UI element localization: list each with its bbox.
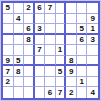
cell-r3c9[interactable]: 1 (87, 24, 98, 35)
cell-r6c1[interactable]: 9 (3, 56, 14, 67)
cell-r3c6[interactable] (56, 24, 67, 35)
cell-r1c1[interactable]: 5 (3, 3, 14, 14)
cell-r9c2[interactable] (14, 87, 25, 98)
cell-r4c7[interactable] (66, 35, 77, 46)
cell-r2c9[interactable]: 9 (87, 14, 98, 25)
cell-r4c1[interactable] (3, 35, 14, 46)
cell-r7c9[interactable] (87, 66, 98, 77)
cell-r1c8[interactable] (77, 3, 88, 14)
cell-r3c5[interactable] (45, 24, 56, 35)
cell-r1c3[interactable]: 2 (24, 3, 35, 14)
cell-r9c6[interactable]: 7 (56, 87, 67, 98)
cell-r9c7[interactable]: 2 (66, 87, 77, 98)
cell-r6c2[interactable]: 5 (14, 56, 25, 67)
cell-r4c4[interactable] (35, 35, 46, 46)
cell-r5c1[interactable] (3, 45, 14, 56)
cell-r4c5[interactable] (45, 35, 56, 46)
cell-r8c6[interactable] (56, 77, 67, 88)
cell-r2c1[interactable] (3, 14, 14, 25)
cell-r8c1[interactable]: 2 (3, 77, 14, 88)
cell-r7c4[interactable] (35, 66, 46, 77)
cell-r8c2[interactable] (14, 77, 25, 88)
cell-r4c8[interactable]: 6 (77, 35, 88, 46)
cell-r8c4[interactable] (35, 77, 46, 88)
cell-r3c4[interactable]: 3 (35, 24, 46, 35)
cell-r7c3[interactable] (24, 66, 35, 77)
cell-r4c3[interactable]: 8 (24, 35, 35, 46)
cell-r9c3[interactable] (24, 87, 35, 98)
cell-r9c9[interactable]: 4 (87, 87, 98, 98)
cell-r8c8[interactable]: 1 (77, 77, 88, 88)
sudoku-board: 5267496351863719587859216724 (1, 1, 100, 100)
cell-r2c5[interactable] (45, 14, 56, 25)
cell-r5c5[interactable] (45, 45, 56, 56)
cell-r8c7[interactable] (66, 77, 77, 88)
cell-r3c8[interactable]: 5 (77, 24, 88, 35)
cell-r2c7[interactable] (66, 14, 77, 25)
cell-r1c2[interactable] (14, 3, 25, 14)
cell-r4c2[interactable] (14, 35, 25, 46)
cell-r6c6[interactable] (56, 56, 67, 67)
cell-r8c3[interactable] (24, 77, 35, 88)
cell-r8c9[interactable] (87, 77, 98, 88)
cell-r2c6[interactable] (56, 14, 67, 25)
cell-r5c6[interactable]: 1 (56, 45, 67, 56)
cell-r9c4[interactable] (35, 87, 46, 98)
cell-r4c9[interactable]: 3 (87, 35, 98, 46)
cell-r6c4[interactable] (35, 56, 46, 67)
cell-r2c4[interactable] (35, 14, 46, 25)
cell-r7c7[interactable]: 9 (66, 66, 77, 77)
cell-r6c9[interactable] (87, 56, 98, 67)
cell-r4c6[interactable] (56, 35, 67, 46)
cell-r7c6[interactable]: 5 (56, 66, 67, 77)
cell-r5c9[interactable] (87, 45, 98, 56)
cell-r6c7[interactable]: 8 (66, 56, 77, 67)
cell-r6c8[interactable] (77, 56, 88, 67)
cell-r5c7[interactable] (66, 45, 77, 56)
cell-r7c5[interactable] (45, 66, 56, 77)
cell-r3c2[interactable] (14, 24, 25, 35)
cell-r9c8[interactable] (77, 87, 88, 98)
cell-r7c1[interactable]: 7 (3, 66, 14, 77)
cell-r3c3[interactable]: 6 (24, 24, 35, 35)
cell-r6c5[interactable] (45, 56, 56, 67)
cell-r5c3[interactable] (24, 45, 35, 56)
cell-r3c7[interactable] (66, 24, 77, 35)
cell-r6c3[interactable] (24, 56, 35, 67)
cell-r5c4[interactable]: 7 (35, 45, 46, 56)
cell-r7c8[interactable] (77, 66, 88, 77)
cell-r9c5[interactable]: 6 (45, 87, 56, 98)
cell-r8c5[interactable] (45, 77, 56, 88)
cell-r1c9[interactable] (87, 3, 98, 14)
cell-r3c1[interactable] (3, 24, 14, 35)
cell-r1c4[interactable]: 6 (35, 3, 46, 14)
cell-r1c5[interactable]: 7 (45, 3, 56, 14)
cell-r2c8[interactable] (77, 14, 88, 25)
cell-r1c7[interactable] (66, 3, 77, 14)
cell-r9c1[interactable] (3, 87, 14, 98)
cell-r5c8[interactable] (77, 45, 88, 56)
cell-r7c2[interactable]: 8 (14, 66, 25, 77)
cell-r2c3[interactable] (24, 14, 35, 25)
cell-r1c6[interactable] (56, 3, 67, 14)
cell-r2c2[interactable]: 4 (14, 14, 25, 25)
cell-r5c2[interactable] (14, 45, 25, 56)
